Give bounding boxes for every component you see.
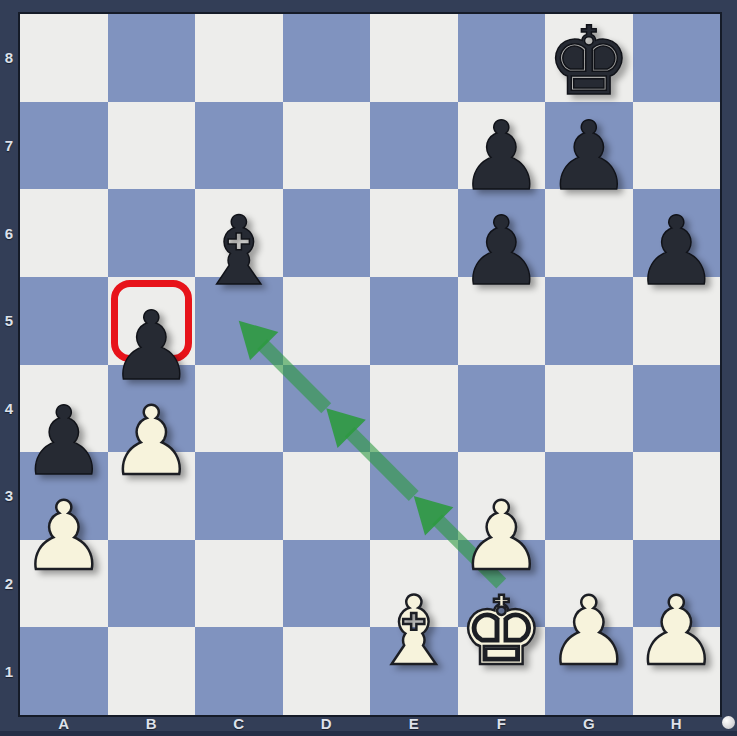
square-d1[interactable] bbox=[283, 627, 371, 715]
file-label-g: G bbox=[545, 714, 633, 732]
file-label-d: D bbox=[283, 714, 371, 732]
black-king-g8[interactable]: ♚ bbox=[545, 14, 633, 109]
square-b7[interactable] bbox=[108, 102, 196, 190]
window-bottom-edge bbox=[0, 731, 737, 736]
rank-labels: 87654321 bbox=[0, 14, 18, 715]
white-pawn-a3[interactable]: ♟ bbox=[20, 489, 108, 584]
square-d2[interactable] bbox=[283, 540, 371, 628]
square-d5[interactable] bbox=[283, 277, 371, 365]
square-h8[interactable] bbox=[633, 14, 721, 102]
white-pawn-g2[interactable]: ♟ bbox=[545, 584, 633, 679]
square-a1[interactable] bbox=[20, 627, 108, 715]
square-d8[interactable] bbox=[283, 14, 371, 102]
black-pawn-b5[interactable]: ♟ bbox=[108, 299, 196, 394]
square-d6[interactable] bbox=[283, 189, 371, 277]
square-g5[interactable] bbox=[545, 277, 633, 365]
square-a5[interactable] bbox=[20, 277, 108, 365]
square-f4[interactable] bbox=[458, 365, 546, 453]
file-label-e: E bbox=[370, 714, 458, 732]
white-pawn-h2[interactable]: ♟ bbox=[633, 584, 721, 679]
square-e8[interactable] bbox=[370, 14, 458, 102]
square-g3[interactable] bbox=[545, 452, 633, 540]
rank-label-4: 4 bbox=[0, 365, 18, 453]
white-pawn-f3[interactable]: ♟ bbox=[458, 489, 546, 584]
rank-label-3: 3 bbox=[0, 452, 18, 540]
square-d4[interactable] bbox=[283, 365, 371, 453]
square-h3[interactable] bbox=[633, 452, 721, 540]
square-a7[interactable] bbox=[20, 102, 108, 190]
square-g4[interactable] bbox=[545, 365, 633, 453]
square-e4[interactable] bbox=[370, 365, 458, 453]
square-c3[interactable] bbox=[195, 452, 283, 540]
file-label-c: C bbox=[195, 714, 283, 732]
rank-label-8: 8 bbox=[0, 14, 18, 102]
chess-board: ♚♟♟♝♟♟♟♟♟♟♟♝♚♟♟ bbox=[18, 12, 722, 717]
black-pawn-h6[interactable]: ♟ bbox=[633, 204, 721, 299]
black-bishop-c6[interactable]: ♝ bbox=[195, 204, 283, 299]
square-a8[interactable] bbox=[20, 14, 108, 102]
rank-label-6: 6 bbox=[0, 189, 18, 277]
rank-label-7: 7 bbox=[0, 102, 18, 190]
square-c4[interactable] bbox=[195, 365, 283, 453]
resize-handle-dot[interactable] bbox=[722, 716, 735, 729]
file-label-b: B bbox=[108, 714, 196, 732]
square-c8[interactable] bbox=[195, 14, 283, 102]
rank-label-1: 1 bbox=[0, 627, 18, 715]
square-b8[interactable] bbox=[108, 14, 196, 102]
square-e3[interactable] bbox=[370, 452, 458, 540]
square-e7[interactable] bbox=[370, 102, 458, 190]
square-f8[interactable] bbox=[458, 14, 546, 102]
square-b6[interactable] bbox=[108, 189, 196, 277]
chess-board-window: ♚♟♟♝♟♟♟♟♟♟♟♝♚♟♟ 87654321 ABCDEFGH bbox=[0, 0, 737, 736]
square-d7[interactable] bbox=[283, 102, 371, 190]
rank-label-2: 2 bbox=[0, 540, 18, 628]
file-labels: ABCDEFGH bbox=[20, 714, 720, 732]
square-c7[interactable] bbox=[195, 102, 283, 190]
black-pawn-f7[interactable]: ♟ bbox=[458, 109, 546, 204]
file-label-f: F bbox=[458, 714, 546, 732]
square-e6[interactable] bbox=[370, 189, 458, 277]
black-pawn-g7[interactable]: ♟ bbox=[545, 109, 633, 204]
file-label-h: H bbox=[633, 714, 721, 732]
square-h7[interactable] bbox=[633, 102, 721, 190]
white-pawn-b4[interactable]: ♟ bbox=[108, 394, 196, 489]
white-bishop-e2[interactable]: ♝ bbox=[370, 584, 458, 679]
file-label-a: A bbox=[20, 714, 108, 732]
square-c2[interactable] bbox=[195, 540, 283, 628]
black-pawn-a4[interactable]: ♟ bbox=[20, 394, 108, 489]
rank-label-5: 5 bbox=[0, 277, 18, 365]
square-a6[interactable] bbox=[20, 189, 108, 277]
square-b1[interactable] bbox=[108, 627, 196, 715]
black-pawn-f6[interactable]: ♟ bbox=[458, 204, 546, 299]
square-e5[interactable] bbox=[370, 277, 458, 365]
square-b2[interactable] bbox=[108, 540, 196, 628]
square-h4[interactable] bbox=[633, 365, 721, 453]
square-c1[interactable] bbox=[195, 627, 283, 715]
white-king-f2[interactable]: ♚ bbox=[458, 584, 546, 679]
square-d3[interactable] bbox=[283, 452, 371, 540]
